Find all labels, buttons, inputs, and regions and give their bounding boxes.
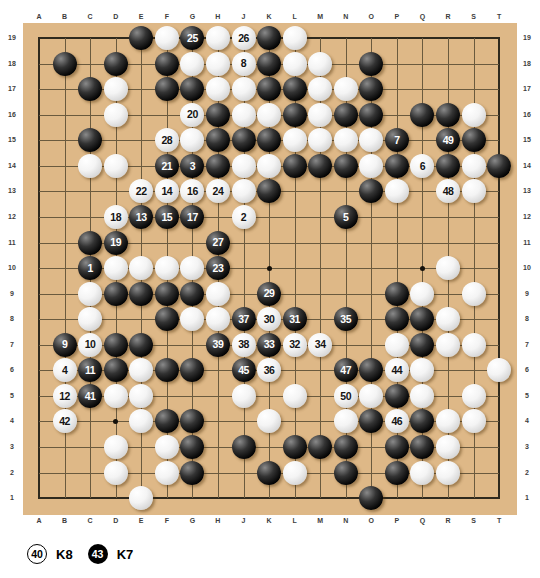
black-stone-n14 [334,154,358,178]
black-stone-h15 [206,128,230,152]
column-label-f: F [159,516,175,526]
white-stone-j5 [232,384,256,408]
black-stone-d18 [104,52,128,76]
move-number: 26 [238,33,249,44]
black-stone-e9 [129,282,153,306]
black-stone-t14 [487,154,511,178]
white-stone-f3 [155,435,179,459]
white-stone-c14 [78,154,102,178]
white-stone-s4 [462,409,486,433]
column-label-m: M [312,516,328,526]
move-number: 16 [187,186,198,197]
white-stone-j12: 2 [232,205,256,229]
row-label-19: 19 [519,33,535,43]
white-stone-j17 [232,77,256,101]
white-stone-s13 [462,179,486,203]
white-stone-c9 [78,282,102,306]
black-stone-d9 [104,282,128,306]
move-number: 39 [213,339,224,350]
move-number: 46 [391,416,402,427]
white-stone-j14 [232,154,256,178]
black-stone-p5 [385,384,409,408]
black-stone-n12: 5 [334,205,358,229]
column-label-h: H [210,516,226,526]
move-number: 8 [241,58,246,69]
row-label-2: 2 [519,468,535,478]
white-stone-d14 [104,154,128,178]
white-stone-p6: 44 [385,358,409,382]
black-stone-c5: 41 [78,384,102,408]
column-label-e: E [133,12,149,22]
move-number: 47 [340,365,351,376]
move-number: 42 [59,416,70,427]
white-stone-j7: 38 [232,333,256,357]
white-stone-k16 [257,103,281,127]
move-number: 32 [289,339,300,350]
move-number: 18 [110,212,121,223]
black-stone-f17 [155,77,179,101]
column-label-n: N [338,516,354,526]
row-label-16: 16 [4,110,20,120]
move-number: 20 [187,109,198,120]
black-stone-m14 [308,154,332,178]
move-number: 4 [62,365,67,376]
black-stone-d6 [104,358,128,382]
black-stone-c17 [78,77,102,101]
row-label-7: 7 [4,340,20,350]
move-number: 5 [343,212,348,223]
column-label-b: B [57,516,73,526]
white-stone-q2 [410,461,434,485]
white-stone-j13 [232,179,256,203]
black-stone-f6 [155,358,179,382]
white-stone-n5: 50 [334,384,358,408]
white-stone-r7 [436,333,460,357]
column-label-m: M [312,12,328,22]
black-stone-g2 [180,461,204,485]
row-label-17: 17 [519,84,535,94]
black-stone-p14 [385,154,409,178]
white-stone-l18 [283,52,307,76]
column-label-a: A [31,12,47,22]
white-stone-g16: 20 [180,103,204,127]
white-stone-h9 [206,282,230,306]
move-number: 30 [264,314,275,325]
white-stone-l5 [283,384,307,408]
black-stone-j8: 37 [232,307,256,331]
row-label-8: 8 [4,314,20,324]
star-point [420,266,425,271]
row-label-9: 9 [519,289,535,299]
black-stone-c10: 1 [78,256,102,280]
move-number: 29 [264,288,275,299]
black-stone-p9 [385,282,409,306]
white-stone-j16 [232,103,256,127]
column-label-r: R [440,516,456,526]
row-label-8: 8 [519,314,535,324]
white-stone-b4: 42 [53,409,77,433]
white-stone-o14 [359,154,383,178]
column-label-f: F [159,12,175,22]
black-stone-m3 [308,435,332,459]
move-number: 22 [136,186,147,197]
column-label-p: P [389,12,405,22]
white-stone-r2 [436,461,460,485]
white-stone-n17 [334,77,358,101]
black-stone-p15: 7 [385,128,409,152]
black-stone-k9: 29 [257,282,281,306]
column-label-t: T [491,12,507,22]
white-stone-r3 [436,435,460,459]
white-stone-s7 [462,333,486,357]
row-label-13: 13 [4,186,20,196]
legend-black-stone-43: 43 [88,544,108,564]
white-stone-r8 [436,307,460,331]
move-number: 50 [340,391,351,402]
black-stone-o16 [359,103,383,127]
column-label-s: S [466,516,482,526]
white-stone-s9 [462,282,486,306]
white-stone-f2 [155,461,179,485]
move-number: 37 [238,314,249,325]
move-number: 31 [289,314,300,325]
black-stone-n3 [334,435,358,459]
legend-white-stone-40: 40 [27,544,47,564]
move-number: 19 [110,237,121,248]
column-label-p: P [389,516,405,526]
legend-point-label: K7 [117,547,134,562]
column-label-l: L [287,516,303,526]
black-stone-b7: 9 [53,333,77,357]
white-stone-l19 [283,26,307,50]
black-stone-l8: 31 [283,307,307,331]
move-number: 14 [161,186,172,197]
move-number: 6 [420,161,425,172]
black-stone-j6: 45 [232,358,256,382]
black-stone-n2 [334,461,358,485]
column-label-t: T [491,516,507,526]
black-stone-f14: 21 [155,154,179,178]
row-label-13: 13 [519,186,535,196]
white-stone-b6: 4 [53,358,77,382]
move-number: 48 [443,186,454,197]
black-stone-j15 [232,128,256,152]
white-stone-f15: 28 [155,128,179,152]
row-label-14: 14 [4,161,20,171]
move-number: 23 [213,263,224,274]
row-label-12: 12 [4,212,20,222]
move-number: 33 [264,339,275,350]
black-stone-g9 [180,282,204,306]
black-stone-e7 [129,333,153,357]
move-number: 24 [213,186,224,197]
row-label-6: 6 [519,365,535,375]
move-number: 12 [59,391,70,402]
white-stone-e5 [129,384,153,408]
move-number: 15 [161,212,172,223]
row-label-14: 14 [519,161,535,171]
white-stone-m16 [308,103,332,127]
column-label-o: O [363,516,379,526]
white-stone-h17 [206,77,230,101]
row-label-11: 11 [4,238,20,248]
column-label-j: J [236,516,252,526]
row-label-5: 5 [4,391,20,401]
black-stone-n6: 47 [334,358,358,382]
row-label-19: 19 [4,33,20,43]
row-label-18: 18 [519,59,535,69]
move-number: 38 [238,339,249,350]
black-stone-o18 [359,52,383,76]
black-stone-f9 [155,282,179,306]
star-point [267,266,272,271]
black-stone-r15: 49 [436,128,460,152]
black-stone-k7: 33 [257,333,281,357]
row-label-3: 3 [519,442,535,452]
column-label-g: G [184,12,200,22]
move-legend: 40K843K7 [27,542,139,566]
row-label-4: 4 [519,416,535,426]
column-label-g: G [184,516,200,526]
white-stone-h8 [206,307,230,331]
move-number: 3 [190,161,195,172]
white-stone-k8: 30 [257,307,281,331]
black-stone-k18 [257,52,281,76]
row-label-15: 15 [519,135,535,145]
row-label-2: 2 [4,468,20,478]
black-stone-k17 [257,77,281,101]
move-number: 10 [85,339,96,350]
column-label-o: O [363,12,379,22]
column-label-c: C [82,12,98,22]
black-stone-q16 [410,103,434,127]
move-number: 13 [136,212,147,223]
white-stone-j18: 8 [232,52,256,76]
move-number: 9 [62,339,67,350]
legend-point-label: K8 [56,547,73,562]
black-stone-j3 [232,435,256,459]
white-stone-h18 [206,52,230,76]
black-stone-p2 [385,461,409,485]
column-label-n: N [338,12,354,22]
black-stone-n8: 35 [334,307,358,331]
row-label-5: 5 [519,391,535,401]
white-stone-n4 [334,409,358,433]
white-stone-d5 [104,384,128,408]
black-stone-c11 [78,231,102,255]
black-stone-k2 [257,461,281,485]
move-number: 27 [213,237,224,248]
row-label-1: 1 [519,493,535,503]
black-stone-e12: 13 [129,205,153,229]
black-stone-k19 [257,26,281,50]
move-number: 36 [264,365,275,376]
row-label-7: 7 [519,340,535,350]
black-stone-h14 [206,154,230,178]
column-label-q: Q [414,516,430,526]
white-stone-f10 [155,256,179,280]
white-stone-g18 [180,52,204,76]
column-label-s: S [466,12,482,22]
move-number: 49 [443,135,454,146]
white-stone-k14 [257,154,281,178]
black-stone-f18 [155,52,179,76]
black-stone-h11: 27 [206,231,230,255]
white-stone-d2 [104,461,128,485]
white-stone-o5 [359,384,383,408]
black-stone-r16 [436,103,460,127]
white-stone-q9 [410,282,434,306]
column-label-c: C [82,516,98,526]
row-label-10: 10 [519,263,535,273]
column-label-e: E [133,516,149,526]
column-label-r: R [440,12,456,22]
black-stone-l16 [283,103,307,127]
white-stone-l2 [283,461,307,485]
white-stone-d12: 18 [104,205,128,229]
black-stone-h10: 23 [206,256,230,280]
column-label-d: D [108,516,124,526]
white-stone-s16 [462,103,486,127]
white-stone-h19 [206,26,230,50]
white-stone-l15 [283,128,307,152]
black-stone-p8 [385,307,409,331]
white-stone-s14 [462,154,486,178]
move-number: 2 [241,212,246,223]
column-label-l: L [287,12,303,22]
white-stone-f19 [155,26,179,50]
column-label-j: J [236,12,252,22]
black-stone-d7 [104,333,128,357]
black-stone-d11: 19 [104,231,128,255]
move-number: 28 [161,135,172,146]
white-stone-l7: 32 [283,333,307,357]
white-stone-n15 [334,128,358,152]
white-stone-c7: 10 [78,333,102,357]
row-label-9: 9 [4,289,20,299]
row-label-10: 10 [4,263,20,273]
black-stone-k15 [257,128,281,152]
black-stone-f8 [155,307,179,331]
white-stone-e10 [129,256,153,280]
move-number: 45 [238,365,249,376]
move-number: 25 [187,33,198,44]
white-stone-b5: 12 [53,384,77,408]
black-stone-s15 [462,128,486,152]
black-stone-b18 [53,52,77,76]
column-label-k: K [261,516,277,526]
white-stone-p7 [385,333,409,357]
black-stone-h16 [206,103,230,127]
row-label-6: 6 [4,365,20,375]
white-stone-d10 [104,256,128,280]
black-stone-q7 [410,333,434,357]
white-stone-r10 [436,256,460,280]
row-label-16: 16 [519,110,535,120]
black-stone-h7: 39 [206,333,230,357]
row-label-3: 3 [4,442,20,452]
move-number: 11 [85,365,95,376]
white-stone-d3 [104,435,128,459]
black-stone-l17 [283,77,307,101]
move-number: 21 [161,161,172,172]
move-number: 41 [85,391,96,402]
move-number: 17 [187,212,198,223]
move-number: 1 [87,263,92,274]
black-stone-p3 [385,435,409,459]
white-stone-d16 [104,103,128,127]
black-stone-e19 [129,26,153,50]
row-label-18: 18 [4,59,20,69]
black-stone-n16 [334,103,358,127]
row-label-17: 17 [4,84,20,94]
go-diagram-page: AABBCCDDEEFFGGHHJJKKLLMMNNOOPPQQRRSSTT19… [0,0,540,578]
black-stone-l14 [283,154,307,178]
column-label-a: A [31,516,47,526]
black-stone-r14 [436,154,460,178]
white-stone-m18 [308,52,332,76]
white-stone-j19: 26 [232,26,256,50]
column-label-q: Q [414,12,430,22]
black-stone-l3 [283,435,307,459]
row-label-15: 15 [4,135,20,145]
white-stone-s5 [462,384,486,408]
row-label-1: 1 [4,493,20,503]
row-label-11: 11 [519,238,535,248]
column-label-h: H [210,12,226,22]
white-stone-d17 [104,77,128,101]
column-label-k: K [261,12,277,22]
column-label-b: B [57,12,73,22]
move-number: 34 [315,339,326,350]
row-label-4: 4 [4,416,20,426]
move-number: 44 [391,365,402,376]
column-label-d: D [108,12,124,22]
black-stone-f12: 15 [155,205,179,229]
move-number: 7 [394,135,399,146]
white-stone-m7: 34 [308,333,332,357]
row-label-12: 12 [519,212,535,222]
move-number: 35 [340,314,351,325]
